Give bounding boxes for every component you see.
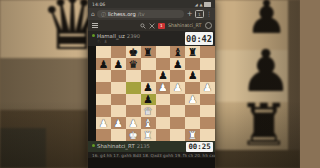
square-a4[interactable] [96, 94, 111, 106]
hamburger-menu-icon[interactable] [92, 23, 98, 28]
move-list[interactable]: 16. g4 h5 17. gxh5 Bd3 18. Qxd3 gxh5 19.… [88, 152, 215, 158]
tab-switcher-button[interactable]: 1 [195, 10, 204, 19]
square-c1[interactable]: ♚ [126, 129, 141, 141]
white-pawn-c2[interactable]: ♟ [128, 118, 137, 129]
square-h8[interactable] [200, 46, 215, 58]
home-icon[interactable]: ⌂ [91, 11, 95, 17]
black-bishop-f8[interactable]: ♝ [173, 47, 182, 58]
browser-menu-button[interactable]: ⋮ [206, 11, 212, 17]
top-player-rating: 2390 [127, 33, 140, 39]
square-g1[interactable]: ♜ [185, 129, 200, 141]
square-f3[interactable] [170, 105, 185, 117]
square-c2[interactable]: ♟ [126, 117, 141, 129]
square-e2[interactable] [156, 117, 171, 129]
top-player-name[interactable]: Hamall_uz [97, 33, 125, 39]
square-h3[interactable] [200, 105, 215, 117]
square-g6[interactable]: ♟ [185, 70, 200, 82]
bottom-player-name[interactable]: Shahinatci_RT [97, 143, 135, 149]
white-pawn-f5[interactable]: ♟ [173, 82, 182, 93]
square-h5[interactable]: ♟ [200, 82, 215, 94]
lichess-header: 1 Shahinatci_RT [88, 20, 215, 31]
white-pawn-g4[interactable]: ♟ [188, 94, 197, 105]
url-suffix: /tv [138, 11, 145, 17]
notification-badge[interactable]: 1 [158, 23, 165, 29]
square-d4[interactable]: ♟ [141, 94, 156, 106]
white-bishop-d2[interactable]: ♝ [143, 118, 152, 129]
square-e6[interactable]: ♟ [156, 70, 171, 82]
square-f2[interactable] [170, 117, 185, 129]
square-e7[interactable] [156, 58, 171, 70]
signal-icon: ◢ [195, 2, 198, 7]
square-c7[interactable]: ♛ [126, 58, 141, 70]
top-player-clock: 00:42 [185, 32, 213, 45]
phone-screenshot: 14:06 ◢ ▲ ⌂ ⓘ lichess.org/tv + 1 ⋮ 1 Sha [88, 0, 215, 168]
android-status-bar: 14:06 ◢ ▲ [88, 0, 215, 8]
black-queen-c7[interactable]: ♛ [128, 59, 137, 70]
square-f1[interactable] [170, 129, 185, 141]
square-g7[interactable] [185, 58, 200, 70]
square-d1[interactable]: ♜ [141, 129, 156, 141]
black-rook-d8[interactable]: ♜ [143, 47, 152, 58]
square-d7[interactable] [141, 58, 156, 70]
square-h2[interactable] [200, 117, 215, 129]
white-pawn-e5[interactable]: ♟ [158, 82, 167, 93]
square-a2[interactable]: ♟ [96, 117, 111, 129]
online-dot [92, 34, 95, 37]
black-pawn-g6[interactable]: ♟ [188, 70, 197, 81]
square-d6[interactable] [141, 70, 156, 82]
bottom-player-rating: 2135 [137, 143, 150, 149]
challenge-swords-icon[interactable] [149, 23, 155, 29]
new-tab-button[interactable]: + [187, 11, 193, 18]
user-menu-icon[interactable] [205, 22, 213, 30]
square-h4[interactable] [200, 94, 215, 106]
square-b6[interactable] [111, 70, 126, 82]
bottom-player-clock: 00:25 [186, 142, 213, 152]
top-player-bar: Hamall_uz 2390 ♘ ♗ 00:42 [88, 31, 215, 46]
bottom-player-bar: Shahinatci_RT 2135 00:25 [88, 141, 215, 152]
square-c3[interactable] [126, 105, 141, 117]
square-h6[interactable] [200, 70, 215, 82]
square-e3[interactable] [156, 105, 171, 117]
square-f6[interactable] [170, 70, 185, 82]
black-king-c8[interactable]: ♚ [128, 47, 137, 58]
square-b5[interactable] [111, 82, 126, 94]
black-pawn-d5[interactable]: ♟ [143, 82, 152, 93]
white-king-c1[interactable]: ♚ [128, 130, 137, 141]
square-d2[interactable]: ♝ [141, 117, 156, 129]
square-b3[interactable] [111, 105, 126, 117]
status-time: 14:06 [92, 2, 105, 7]
square-c5[interactable] [126, 82, 141, 94]
square-b2[interactable]: ♟ [111, 117, 126, 129]
white-pawn-b2[interactable]: ♟ [114, 118, 123, 129]
battery-icon [204, 2, 211, 7]
browser-toolbar: ⌂ ⓘ lichess.org/tv + 1 ⋮ [88, 8, 215, 20]
url-bar[interactable]: ⓘ lichess.org/tv [97, 10, 184, 18]
square-a3[interactable] [96, 105, 111, 117]
square-f5[interactable]: ♟ [170, 82, 185, 94]
black-rook-g8[interactable]: ♜ [188, 47, 197, 58]
search-icon[interactable] [140, 23, 146, 29]
square-a1[interactable] [96, 129, 111, 141]
square-c6[interactable] [126, 70, 141, 82]
square-d5[interactable]: ♟ [141, 82, 156, 94]
square-a7[interactable]: ♟ [96, 58, 111, 70]
square-b1[interactable] [111, 129, 126, 141]
square-e1[interactable] [156, 129, 171, 141]
square-h1[interactable] [200, 129, 215, 141]
square-b4[interactable] [111, 94, 126, 106]
white-rook-d1[interactable]: ♜ [143, 130, 152, 141]
white-pawn-a2[interactable]: ♟ [99, 118, 108, 129]
square-e5[interactable]: ♟ [156, 82, 171, 94]
square-d3[interactable]: ♛ [141, 105, 156, 117]
square-g3[interactable] [185, 105, 200, 117]
black-pawn-d4[interactable]: ♟ [143, 94, 152, 105]
url-text: lichess.org [108, 11, 136, 17]
square-g4[interactable]: ♟ [185, 94, 200, 106]
white-rook-g1[interactable]: ♜ [188, 130, 197, 141]
square-b7[interactable]: ♟ [111, 58, 126, 70]
header-username[interactable]: Shahinatci_RT [168, 23, 202, 28]
square-f4[interactable] [170, 94, 185, 106]
black-pawn-e6[interactable]: ♟ [158, 70, 167, 81]
square-a5[interactable] [96, 82, 111, 94]
black-pawn-a7[interactable]: ♟ [99, 59, 108, 70]
square-c8[interactable]: ♚ [126, 46, 141, 58]
online-dot [92, 144, 95, 147]
square-c4[interactable] [126, 94, 141, 106]
square-a6[interactable] [96, 70, 111, 82]
black-pawn-b7[interactable]: ♟ [114, 59, 123, 70]
site-info-icon[interactable]: ⓘ [101, 12, 106, 17]
page-background [88, 158, 215, 168]
wifi-icon: ▲ [199, 2, 202, 7]
square-h7[interactable] [200, 58, 215, 70]
chess-board[interactable]: ♚♜♝♜♟♟♛♟♟♟♟♟♟♟♟♟♛♟♟♟♝♚♜♜ [96, 46, 215, 141]
square-e8[interactable] [156, 46, 171, 58]
square-a8[interactable] [96, 46, 111, 58]
square-g2[interactable] [185, 117, 200, 129]
square-f7[interactable]: ♟ [170, 58, 185, 70]
white-queen-d3[interactable]: ♛ [143, 106, 152, 117]
black-pawn-f7[interactable]: ♟ [173, 59, 182, 70]
square-g5[interactable] [185, 82, 200, 94]
square-e4[interactable] [156, 94, 171, 106]
white-pawn-h5[interactable]: ♟ [203, 82, 212, 93]
square-f8[interactable]: ♝ [170, 46, 185, 58]
square-g8[interactable]: ♜ [185, 46, 200, 58]
square-d8[interactable]: ♜ [141, 46, 156, 58]
square-b8[interactable] [111, 46, 126, 58]
